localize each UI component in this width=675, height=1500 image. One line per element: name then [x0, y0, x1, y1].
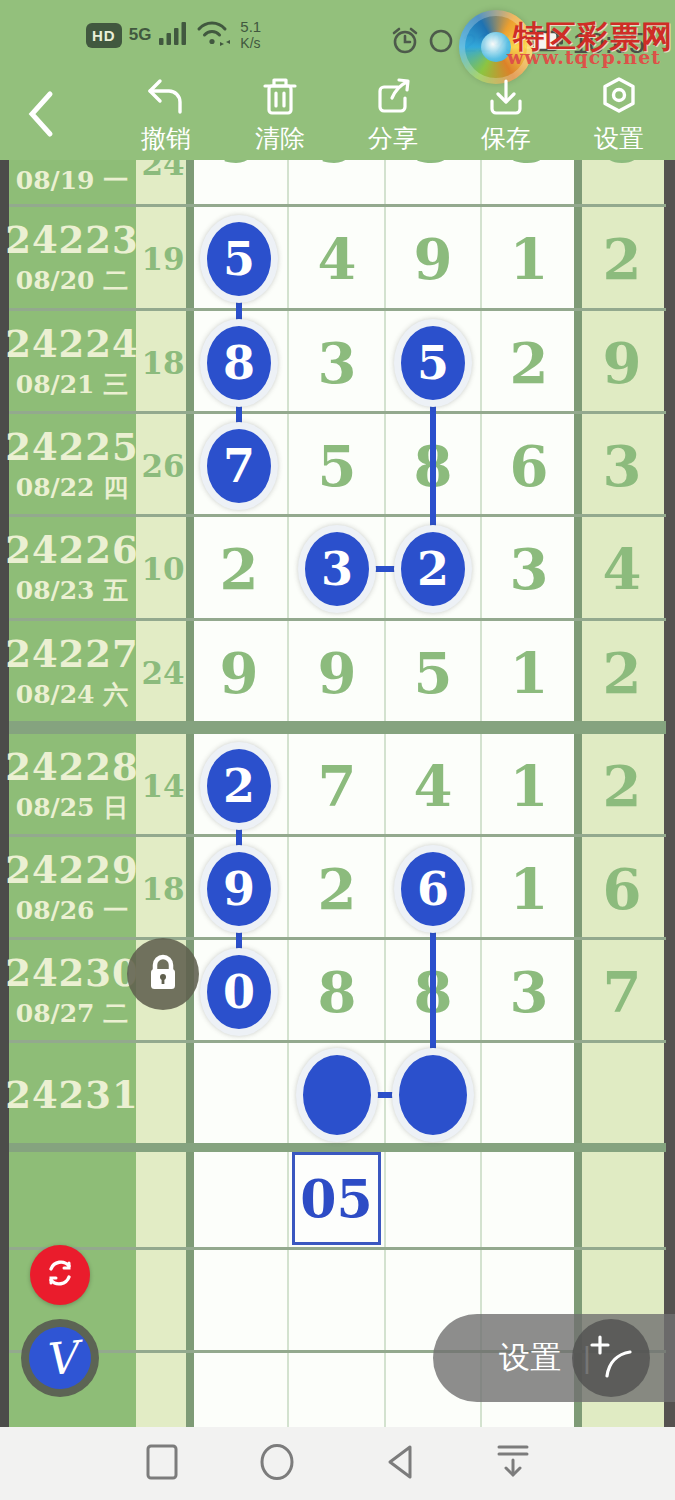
- sum-value: 24: [141, 655, 184, 691]
- digit-cell[interactable]: 9: [414, 226, 453, 292]
- save-icon: [461, 74, 551, 120]
- cell-border-v: [287, 160, 289, 1427]
- row-border: [9, 514, 666, 517]
- row-border: [9, 937, 666, 940]
- draw-date: 08/25 日: [16, 790, 128, 823]
- draw-date: 08/26 一: [16, 893, 128, 926]
- digit-cell[interactable]: 9: [220, 640, 259, 706]
- draw-date: 08/19 一: [16, 164, 128, 197]
- row-border: [9, 204, 666, 207]
- row-border: [9, 1247, 666, 1250]
- trend-circle[interactable]: 2: [200, 742, 278, 830]
- digit-cell[interactable]: 2: [318, 856, 357, 922]
- pen-plus-icon: [585, 1330, 637, 1386]
- draw-period: 24224: [5, 322, 139, 366]
- digit-cell[interactable]: 3: [603, 433, 642, 499]
- digit-cell[interactable]: 1: [510, 856, 549, 922]
- digit-cell[interactable]: 1: [510, 226, 549, 292]
- lock-icon: [146, 954, 180, 994]
- save-button[interactable]: 保存: [461, 74, 551, 155]
- digit-cell[interactable]: 2: [603, 753, 642, 819]
- digit-cell[interactable]: 3: [481, 160, 578, 204]
- digit-cell[interactable]: 2: [603, 640, 642, 706]
- draw-date: 08/23 五: [16, 574, 128, 607]
- column-divider: [574, 160, 582, 1427]
- row-border: [9, 618, 666, 621]
- net-speed: 5.1 K/s: [240, 19, 261, 51]
- sum-value: 14: [141, 768, 184, 804]
- trend-circle[interactable]: 8: [200, 319, 278, 407]
- hide-keyboard-button[interactable]: [492, 1442, 534, 1486]
- draw-period: 24226: [5, 528, 139, 572]
- home-button[interactable]: [257, 1442, 297, 1486]
- sum-value: 18: [141, 871, 184, 907]
- network-type-label: 5G: [129, 25, 152, 45]
- draw-date: 08/20 二: [16, 264, 128, 297]
- row-border: [9, 411, 666, 414]
- digit-cell[interactable]: 3: [510, 959, 549, 1025]
- digit-cell[interactable]: 2: [220, 536, 259, 602]
- draw-period: 24225: [5, 425, 139, 469]
- trend-circle[interactable]: 3: [298, 525, 376, 613]
- draw-period: 24227: [5, 632, 139, 676]
- draw-date: 08/22 四: [16, 470, 128, 503]
- cell-border-v: [480, 160, 482, 1427]
- row-border: [9, 308, 666, 311]
- draw-period: 24231: [5, 1073, 139, 1117]
- digit-cell[interactable]: 3: [510, 536, 549, 602]
- trend-circle[interactable]: 5: [394, 319, 472, 407]
- digit-cell[interactable]: 2: [603, 226, 642, 292]
- share-button[interactable]: 分享: [348, 74, 438, 155]
- add-line-button[interactable]: [572, 1319, 650, 1397]
- cell-border-v: [384, 160, 386, 1427]
- app-screen: 08/19 一24993382422308/20 二19549122422408…: [0, 0, 675, 1500]
- sum-value: 19: [141, 241, 184, 277]
- back-nav-button[interactable]: [382, 1443, 418, 1485]
- trend-circle[interactable]: 5: [200, 215, 278, 303]
- settings-icon: [574, 74, 664, 120]
- right-frame: [664, 160, 675, 1427]
- digit-cell[interactable]: 4: [414, 753, 453, 819]
- digit-cell[interactable]: 1: [510, 640, 549, 706]
- v-pen-icon: V: [26, 1324, 94, 1392]
- digit-input-box[interactable]: 05: [292, 1152, 381, 1245]
- digit-cell[interactable]: 3: [318, 330, 357, 396]
- row-border: [9, 834, 666, 837]
- digit-cell[interactable]: 9: [318, 640, 357, 706]
- share-icon: [348, 74, 438, 120]
- digit-cell[interactable]: 8: [318, 959, 357, 1025]
- trash-icon: [235, 74, 325, 120]
- digit-cell[interactable]: 3: [385, 160, 481, 204]
- draw-period: 24228: [5, 745, 139, 789]
- alarm-icon: [390, 26, 420, 60]
- refresh-button[interactable]: [30, 1245, 90, 1305]
- digit-cell[interactable]: 2: [510, 330, 549, 396]
- clear-button[interactable]: 清除: [235, 74, 325, 155]
- settings-button[interactable]: 设置: [574, 74, 664, 155]
- wifi-icon: [195, 18, 233, 52]
- digit-cell[interactable]: 7: [603, 959, 642, 1025]
- digit-cell[interactable]: 6: [510, 433, 549, 499]
- site-url-watermark: www.tqcp.net: [507, 46, 661, 68]
- draw-date: 08/21 三: [16, 367, 128, 400]
- week-separator: [9, 1143, 666, 1152]
- status-bar: HD 5G 5.1 K/s: [0, 0, 675, 70]
- hd-badge-icon: HD: [86, 23, 122, 48]
- digit-cell[interactable]: 8: [578, 160, 664, 204]
- trend-dot[interactable]: [392, 1048, 474, 1142]
- signal-bars-icon: [158, 20, 188, 51]
- digit-cell[interactable]: 5: [318, 433, 357, 499]
- digit-cell[interactable]: 9: [190, 160, 288, 204]
- trend-chart-board: 08/19 一24993382422308/20 二19549122422408…: [0, 0, 675, 1500]
- row-border: [9, 1040, 666, 1043]
- sum-cell: 24: [136, 160, 190, 204]
- draw-tool-button[interactable]: V: [21, 1319, 99, 1397]
- digit-cell[interactable]: 6: [603, 856, 642, 922]
- trend-circle[interactable]: 6: [394, 845, 472, 933]
- digit-cell[interactable]: 9: [288, 160, 385, 204]
- week-separator: [9, 721, 666, 734]
- back-button[interactable]: [24, 88, 68, 144]
- digit-cell[interactable]: 9: [603, 330, 642, 396]
- draw-period: 24229: [5, 848, 139, 892]
- android-nav-bar: [0, 1427, 675, 1500]
- trend-dot[interactable]: [296, 1048, 378, 1142]
- undo-button[interactable]: 撤销: [121, 74, 211, 155]
- trend-circle[interactable]: 7: [200, 422, 278, 510]
- toolbar: 撤销 清除 分享: [0, 70, 675, 160]
- draw-date: 08/24 六: [16, 677, 128, 710]
- digit-cell[interactable]: 5: [414, 640, 453, 706]
- digit-cell[interactable]: 1: [510, 753, 549, 819]
- refresh-icon: [42, 1255, 78, 1295]
- sum-value: 10: [141, 551, 184, 587]
- sum-value: 18: [141, 345, 184, 381]
- draw-period: 24230: [5, 951, 139, 995]
- pill-settings-label[interactable]: 设置: [499, 1337, 561, 1379]
- draw-period: 24223: [5, 218, 139, 262]
- column-divider: [186, 160, 194, 1427]
- digit-cell[interactable]: 7: [318, 753, 357, 819]
- lock-badge[interactable]: [127, 938, 199, 1010]
- bottom-settings-pill[interactable]: 设置 |: [433, 1314, 675, 1402]
- trend-circle[interactable]: 2: [394, 525, 472, 613]
- digit-cell[interactable]: 4: [318, 226, 357, 292]
- do-not-disturb-icon: [428, 28, 454, 58]
- digit-cell[interactable]: 4: [603, 536, 642, 602]
- sum-value: 26: [141, 448, 184, 484]
- trend-circle[interactable]: 0: [200, 948, 278, 1036]
- trend-circle[interactable]: 9: [200, 845, 278, 933]
- draw-date: 08/27 二: [16, 996, 128, 1029]
- undo-icon: [121, 74, 211, 120]
- recents-button[interactable]: [143, 1443, 181, 1485]
